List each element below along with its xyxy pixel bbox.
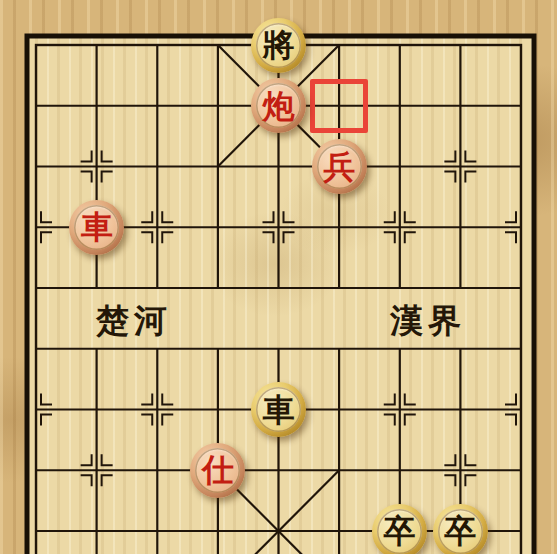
piece-face: 仕 (195, 448, 240, 493)
piece-red-soldier[interactable]: 兵 (312, 139, 367, 194)
piece-red-chariot[interactable]: 車 (69, 200, 124, 255)
piece-face: 車 (256, 387, 301, 432)
piece-red-advisor[interactable]: 仕 (190, 443, 245, 498)
piece-black-soldier-2[interactable]: 卒 (433, 504, 488, 554)
river-label-chu-he: 楚河 (96, 299, 172, 344)
red-cannon-glyph: 炮 (263, 90, 295, 122)
piece-black-general[interactable]: 將 (251, 18, 306, 73)
xiangqi-board: 楚河 漢界 將 炮 兵 車 車 仕 卒 卒 (0, 0, 557, 554)
black-general-glyph: 將 (263, 29, 295, 61)
piece-red-cannon[interactable]: 炮 (251, 78, 306, 133)
last-move-highlight (310, 79, 368, 133)
piece-black-chariot[interactable]: 車 (251, 382, 306, 437)
black-soldier-glyph: 卒 (384, 515, 416, 547)
piece-face: 卒 (438, 509, 483, 554)
piece-face: 卒 (377, 509, 422, 554)
piece-face: 炮 (256, 83, 301, 128)
piece-face: 兵 (317, 144, 362, 189)
black-soldier-glyph: 卒 (444, 515, 476, 547)
piece-face: 將 (256, 23, 301, 68)
red-advisor-glyph: 仕 (202, 454, 234, 486)
river-label-han-jie: 漢界 (390, 299, 466, 344)
piece-face: 車 (74, 205, 119, 250)
red-chariot-glyph: 車 (81, 211, 113, 243)
black-chariot-glyph: 車 (263, 394, 295, 426)
red-soldier-glyph: 兵 (323, 151, 355, 183)
